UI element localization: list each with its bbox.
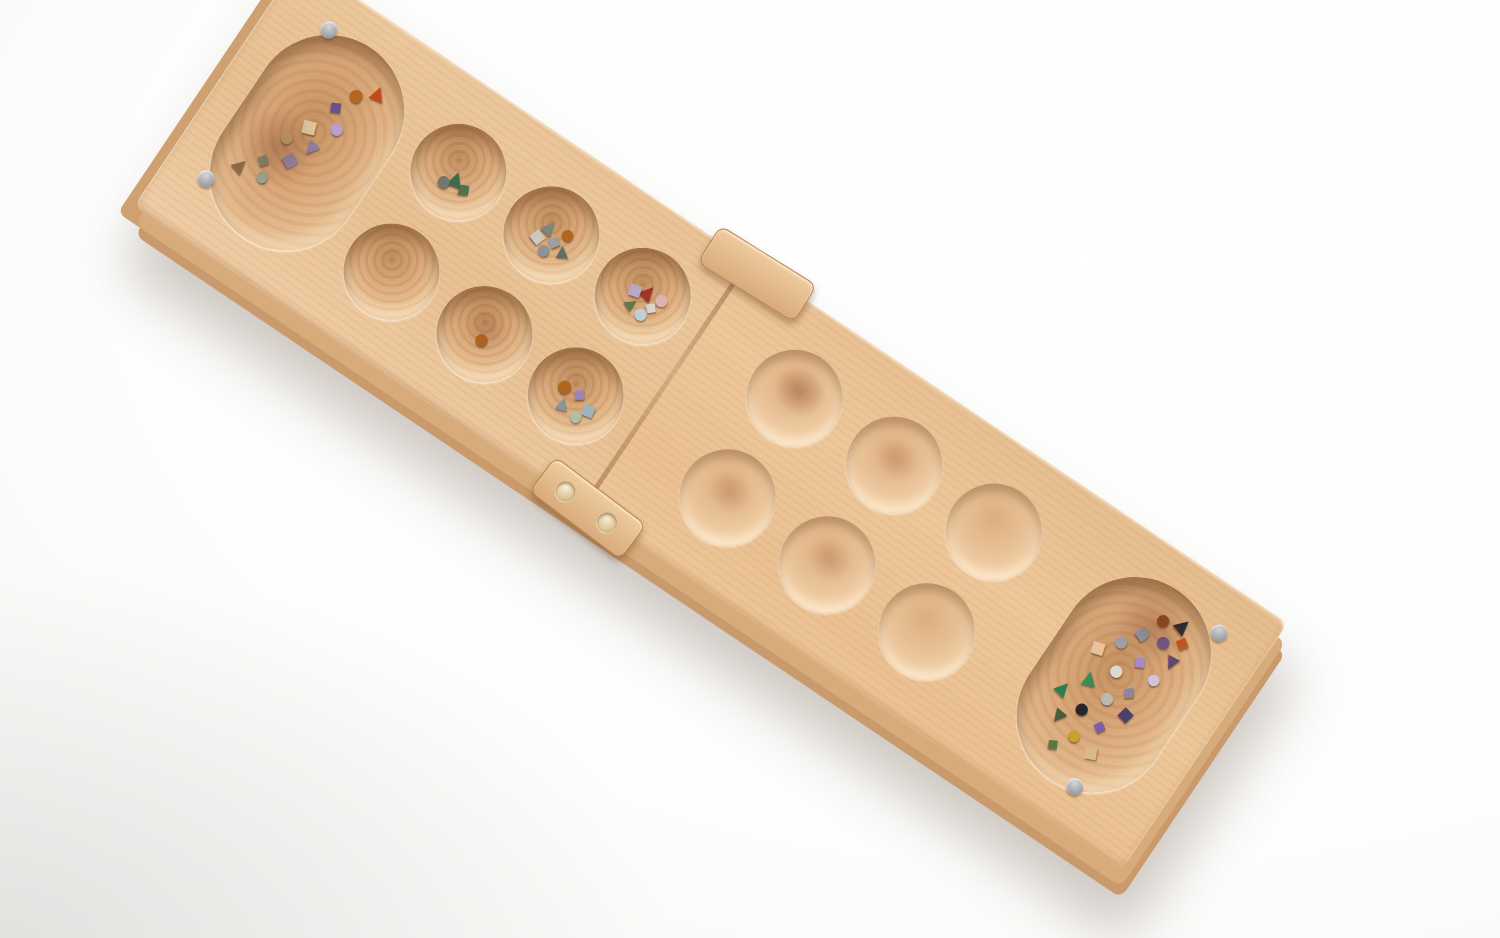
gemstone-piece: ◆ [326, 97, 349, 119]
gemstone-piece: ● [1065, 726, 1084, 746]
gemstone-piece: ◆ [1173, 632, 1193, 654]
gemstone-piece: ● [327, 118, 348, 139]
gemstone-piece: ◆ [1043, 735, 1063, 755]
gemstone-piece: ■ [281, 150, 302, 171]
gemstone-piece: ▲ [1080, 666, 1098, 688]
gemstone-piece: ● [1111, 631, 1132, 652]
gemstone-piece: ■ [1083, 744, 1100, 761]
gemstone-piece: ▼ [1048, 705, 1069, 726]
gemstone-piece: ● [1097, 688, 1118, 709]
gemstone-piece: ▲ [554, 393, 570, 412]
gemstone-piece: ■ [1115, 705, 1136, 726]
board-east-half [585, 262, 1288, 869]
gemstone-piece: ■ [1133, 624, 1153, 644]
photo-background: ▲●◆●■▼●■◆▲● ▲◆● ▲●◆■▲● ▲●◆■▲● ● ●◆■●▲ ▲●… [0, 0, 1500, 938]
gemstone-piece: ● [253, 167, 272, 187]
gemstone-piece: ● [346, 84, 368, 106]
gemstone-piece: ■ [299, 116, 319, 136]
gemstone-piece: ◆ [1130, 650, 1153, 672]
gemstone-piece: ◆ [1090, 716, 1108, 736]
gemstone-piece: ▼ [1162, 652, 1182, 673]
gemstone-piece: ● [567, 406, 586, 426]
gemstone-piece: ◆ [254, 149, 273, 170]
gemstone-piece: ● [1145, 670, 1164, 690]
gemstone-piece: ● [1153, 632, 1174, 653]
mancala-board: ▲●◆●■▼●■◆▲● ▲◆● ▲●◆■▲● ▲●◆■▲● ● ●◆■●▲ ▲●… [134, 0, 1287, 870]
gemstone-piece: ● [1106, 661, 1127, 682]
gemstone-piece: ▲ [1172, 614, 1196, 637]
gemstone-piece: ● [1153, 610, 1174, 631]
gemstone-piece: ▼ [300, 137, 322, 160]
gemstone-piece: ● [277, 128, 296, 148]
gemstone-piece: ▲ [369, 81, 390, 104]
gemstone-piece: ■ [1088, 638, 1107, 658]
gemstone-piece: ▲ [231, 153, 254, 175]
gemstone-piece: ▲ [1053, 675, 1075, 698]
gemstone-piece: ▲ [555, 242, 568, 259]
hinge-pin-icon [551, 477, 579, 505]
gemstone-piece: ● [1072, 698, 1093, 719]
hinge-pin-icon [593, 509, 621, 537]
gemstone-piece: ● [472, 329, 493, 350]
gemstone-piece: ◆ [1119, 681, 1140, 702]
